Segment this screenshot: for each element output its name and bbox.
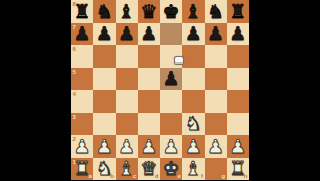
square-d4[interactable] [138,90,160,113]
square-c1[interactable]: c♝ [116,158,138,181]
square-c7[interactable]: ♟ [116,23,138,46]
white-pawn[interactable]: ♟ [140,137,157,156]
square-b6[interactable] [93,45,115,68]
square-f1[interactable]: f♝ [182,158,204,181]
file-label-d: d [155,173,159,179]
white-pawn[interactable]: ♟ [229,137,246,156]
square-h5[interactable] [227,68,249,91]
square-e1[interactable]: e♚ [160,158,182,181]
square-e4[interactable] [160,90,182,113]
black-pawn[interactable]: ♟ [118,24,135,43]
square-a4[interactable]: 4 [71,90,93,113]
square-a7[interactable]: 7♟ [71,23,93,46]
rank-label-5: 5 [73,69,76,75]
square-h4[interactable] [227,90,249,113]
black-rook[interactable]: ♜ [74,2,91,21]
square-f2[interactable]: ♟ [182,135,204,158]
square-g7[interactable]: ♟ [205,23,227,46]
black-knight[interactable]: ♞ [96,2,113,21]
rank-label-1: 1 [73,159,76,165]
file-label-c: c [133,173,136,179]
square-d6[interactable] [138,45,160,68]
square-h2[interactable]: ♟ [227,135,249,158]
file-label-e: e [177,173,180,179]
square-b8[interactable]: ♞ [93,0,115,23]
black-queen[interactable]: ♛ [140,2,157,21]
square-a5[interactable]: 5 [71,68,93,91]
file-label-a: a [88,173,91,179]
white-bishop[interactable]: ♝ [185,159,202,178]
square-g4[interactable] [205,90,227,113]
square-c4[interactable] [116,90,138,113]
square-h3[interactable] [227,113,249,136]
chess-board[interactable]: 8♜♞♝♛♚♝♞♜7♟♟♟♟♟♟♟65♟43♞2♟♟♟♟♟♟♟♟1a♜b♞c♝d… [71,0,249,180]
square-a3[interactable]: 3 [71,113,93,136]
letterbox-right [249,0,320,180]
rank-label-2: 2 [73,136,76,142]
square-c5[interactable] [116,68,138,91]
rank-label-7: 7 [73,24,76,30]
square-d8[interactable]: ♛ [138,0,160,23]
square-h8[interactable]: ♜ [227,0,249,23]
square-e7[interactable] [160,23,182,46]
letterbox-left [0,0,71,180]
black-pawn[interactable]: ♟ [207,24,224,43]
file-label-b: b [110,173,114,179]
square-h6[interactable] [227,45,249,68]
square-c2[interactable]: ♟ [116,135,138,158]
white-pawn[interactable]: ♟ [207,137,224,156]
square-f3[interactable]: ♞ [182,113,204,136]
white-pawn[interactable]: ♟ [118,137,135,156]
black-bishop[interactable]: ♝ [185,2,202,21]
black-bishop[interactable]: ♝ [118,2,135,21]
square-b2[interactable]: ♟ [93,135,115,158]
rank-label-8: 8 [73,1,76,7]
square-d1[interactable]: d♛ [138,158,160,181]
black-pawn[interactable]: ♟ [140,24,157,43]
square-a2[interactable]: 2♟ [71,135,93,158]
square-b4[interactable] [93,90,115,113]
square-g1[interactable]: g [205,158,227,181]
square-e5[interactable]: ♟ [160,68,182,91]
rank-label-3: 3 [73,114,76,120]
square-f8[interactable]: ♝ [182,0,204,23]
black-pawn[interactable]: ♟ [163,69,180,88]
white-knight[interactable]: ♞ [185,114,202,133]
square-d5[interactable] [138,68,160,91]
square-f6[interactable] [182,45,204,68]
square-g5[interactable] [205,68,227,91]
square-g8[interactable]: ♞ [205,0,227,23]
black-knight[interactable]: ♞ [207,2,224,21]
rank-label-6: 6 [73,46,76,52]
white-pawn[interactable]: ♟ [74,137,91,156]
white-pawn[interactable]: ♟ [96,137,113,156]
file-label-h: h [244,173,248,179]
square-b7[interactable]: ♟ [93,23,115,46]
square-c3[interactable] [116,113,138,136]
move-marker-icon [175,57,183,64]
square-h7[interactable]: ♟ [227,23,249,46]
square-g6[interactable] [205,45,227,68]
square-e3[interactable] [160,113,182,136]
square-f5[interactable] [182,68,204,91]
black-pawn[interactable]: ♟ [74,24,91,43]
square-h1[interactable]: h♜ [227,158,249,181]
file-label-g: g [222,173,226,179]
white-pawn[interactable]: ♟ [185,137,202,156]
square-d2[interactable]: ♟ [138,135,160,158]
black-rook[interactable]: ♜ [229,2,246,21]
white-pawn[interactable]: ♟ [163,137,180,156]
square-e8[interactable]: ♚ [160,0,182,23]
square-b5[interactable] [93,68,115,91]
black-pawn[interactable]: ♟ [229,24,246,43]
black-pawn[interactable]: ♟ [185,24,202,43]
square-d3[interactable] [138,113,160,136]
video-frame: 8♜♞♝♛♚♝♞♜7♟♟♟♟♟♟♟65♟43♞2♟♟♟♟♟♟♟♟1a♜b♞c♝d… [0,0,320,180]
square-f7[interactable]: ♟ [182,23,204,46]
square-g3[interactable] [205,113,227,136]
square-a8[interactable]: 8♜ [71,0,93,23]
square-b3[interactable] [93,113,115,136]
black-pawn[interactable]: ♟ [96,24,113,43]
square-f4[interactable] [182,90,204,113]
square-b1[interactable]: b♞ [93,158,115,181]
square-a1[interactable]: 1a♜ [71,158,93,181]
square-d7[interactable]: ♟ [138,23,160,46]
square-a6[interactable]: 6 [71,45,93,68]
file-label-f: f [201,173,203,179]
rank-label-4: 4 [73,91,76,97]
square-c8[interactable]: ♝ [116,0,138,23]
square-g2[interactable]: ♟ [205,135,227,158]
black-king[interactable]: ♚ [163,2,180,21]
square-c6[interactable] [116,45,138,68]
square-e2[interactable]: ♟ [160,135,182,158]
